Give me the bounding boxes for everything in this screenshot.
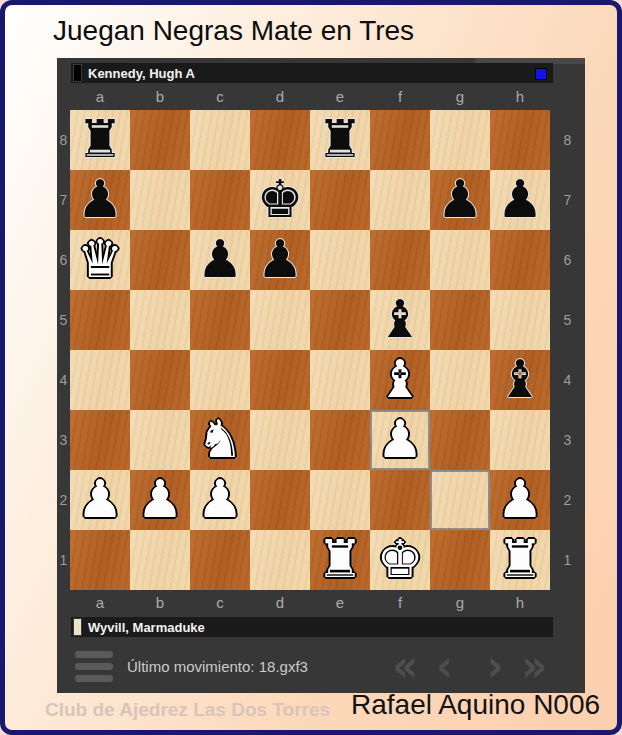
square-d1[interactable] xyxy=(250,530,310,590)
piece-black-bishop: ♝ xyxy=(370,290,430,350)
piece-black-pawn: ♟ xyxy=(430,170,490,230)
piece-black-pawn: ♟ xyxy=(490,170,550,230)
square-f1[interactable]: ♚ xyxy=(370,530,430,590)
coord-label: d xyxy=(250,592,310,614)
square-h5[interactable] xyxy=(490,290,550,350)
coord-label: b xyxy=(130,592,190,614)
square-b7[interactable] xyxy=(130,170,190,230)
square-g6[interactable] xyxy=(430,230,490,290)
square-c4[interactable] xyxy=(190,350,250,410)
menu-icon[interactable] xyxy=(75,651,113,682)
piece-white-pawn: ♟ xyxy=(70,470,130,530)
piece-white-pawn: ♟ xyxy=(130,470,190,530)
puzzle-title: Juegan Negras Mate en Tres xyxy=(53,15,414,47)
club-watermark: Club de Ajedrez Las Dos Torres xyxy=(45,699,330,721)
square-h6[interactable] xyxy=(490,230,550,290)
square-f5[interactable]: ♝ xyxy=(370,290,430,350)
square-g2[interactable] xyxy=(430,470,490,530)
coord-label: e xyxy=(310,592,370,614)
chess-panel: Kennedy, Hugh A abcdefgh 87654321 ♜♜♟♚♟♟… xyxy=(57,58,585,693)
square-d3[interactable] xyxy=(250,410,310,470)
square-e5[interactable] xyxy=(310,290,370,350)
coord-label: f xyxy=(370,86,430,108)
coord-label: c xyxy=(190,592,250,614)
coord-label: 6 xyxy=(57,230,70,290)
square-b6[interactable] xyxy=(130,230,190,290)
square-h4[interactable]: ♝ xyxy=(490,350,550,410)
piece-black-bishop: ♝ xyxy=(490,350,550,410)
square-g8[interactable] xyxy=(430,110,490,170)
square-e6[interactable] xyxy=(310,230,370,290)
coord-label: 6 xyxy=(550,230,585,290)
square-b4[interactable] xyxy=(130,350,190,410)
piece-black-pawn: ♟ xyxy=(250,230,310,290)
square-d8[interactable] xyxy=(250,110,310,170)
rank-labels-right: 87654321 xyxy=(550,110,585,590)
white-color-indicator xyxy=(73,618,82,636)
square-f3[interactable]: ♟ xyxy=(370,410,430,470)
square-b8[interactable] xyxy=(130,110,190,170)
square-a2[interactable]: ♟ xyxy=(70,470,130,530)
square-e2[interactable] xyxy=(310,470,370,530)
square-d7[interactable]: ♚ xyxy=(250,170,310,230)
square-e8[interactable]: ♜ xyxy=(310,110,370,170)
top-player-bar: Kennedy, Hugh A xyxy=(71,63,553,83)
piece-black-pawn: ♟ xyxy=(190,230,250,290)
coord-label: f xyxy=(370,592,430,614)
square-c6[interactable]: ♟ xyxy=(190,230,250,290)
square-e4[interactable] xyxy=(310,350,370,410)
square-g7[interactable]: ♟ xyxy=(430,170,490,230)
coord-label: 4 xyxy=(550,350,585,410)
next-move-button[interactable]: › xyxy=(487,644,503,688)
black-color-indicator xyxy=(73,64,82,82)
app-window: Juegan Negras Mate en Tres Kennedy, Hugh… xyxy=(0,0,622,735)
square-d2[interactable] xyxy=(250,470,310,530)
square-a3[interactable] xyxy=(70,410,130,470)
coord-label: c xyxy=(190,86,250,108)
square-f7[interactable] xyxy=(370,170,430,230)
coord-label: d xyxy=(250,86,310,108)
square-c3[interactable]: ♞ xyxy=(190,410,250,470)
square-d5[interactable] xyxy=(250,290,310,350)
last-move-button[interactable]: » xyxy=(521,644,547,688)
square-b5[interactable] xyxy=(130,290,190,350)
square-a7[interactable]: ♟ xyxy=(70,170,130,230)
square-h3[interactable] xyxy=(490,410,550,470)
square-c2[interactable]: ♟ xyxy=(190,470,250,530)
coord-label: h xyxy=(490,592,550,614)
square-e7[interactable] xyxy=(310,170,370,230)
piece-black-rook: ♜ xyxy=(70,110,130,170)
coord-label: 2 xyxy=(57,470,70,530)
coord-label: 8 xyxy=(57,110,70,170)
piece-white-king: ♚ xyxy=(370,530,430,590)
coord-label: a xyxy=(70,86,130,108)
coord-label: 7 xyxy=(57,170,70,230)
piece-white-queen: ♛ xyxy=(70,230,130,290)
square-h1[interactable]: ♜ xyxy=(490,530,550,590)
square-h8[interactable] xyxy=(490,110,550,170)
last-move-label: Último movimiento: 18.gxf3 xyxy=(127,658,308,675)
coord-label: a xyxy=(70,592,130,614)
top-player-name: Kennedy, Hugh A xyxy=(88,66,195,81)
square-b2[interactable]: ♟ xyxy=(130,470,190,530)
author-credit: Rafael Aquino N006 xyxy=(351,689,600,721)
square-h7[interactable]: ♟ xyxy=(490,170,550,230)
piece-black-king: ♚ xyxy=(250,170,310,230)
coord-label: b xyxy=(130,86,190,108)
bottom-player-bar: Wyvill, Marmaduke xyxy=(71,617,553,637)
piece-white-rook: ♜ xyxy=(490,530,550,590)
square-a8[interactable]: ♜ xyxy=(70,110,130,170)
square-e1[interactable]: ♜ xyxy=(310,530,370,590)
square-f6[interactable] xyxy=(370,230,430,290)
prev-move-button[interactable]: ‹ xyxy=(436,644,452,688)
square-g4[interactable] xyxy=(430,350,490,410)
coord-label: e xyxy=(310,86,370,108)
square-c5[interactable] xyxy=(190,290,250,350)
square-f2[interactable] xyxy=(370,470,430,530)
coord-label: 7 xyxy=(550,170,585,230)
coord-label: 5 xyxy=(550,290,585,350)
square-f4[interactable]: ♝ xyxy=(370,350,430,410)
square-f8[interactable] xyxy=(370,110,430,170)
piece-white-rook: ♜ xyxy=(310,530,370,590)
rank-labels-left: 87654321 xyxy=(57,110,70,590)
bottom-player-name: Wyvill, Marmaduke xyxy=(88,620,205,635)
coord-label: 8 xyxy=(550,110,585,170)
coord-label: 1 xyxy=(550,530,585,590)
piece-white-pawn: ♟ xyxy=(490,470,550,530)
square-d6[interactable]: ♟ xyxy=(250,230,310,290)
square-a1[interactable] xyxy=(70,530,130,590)
square-c8[interactable] xyxy=(190,110,250,170)
square-c1[interactable] xyxy=(190,530,250,590)
square-e3[interactable] xyxy=(310,410,370,470)
coord-label: 2 xyxy=(550,470,585,530)
piece-black-rook: ♜ xyxy=(310,110,370,170)
square-g1[interactable] xyxy=(430,530,490,590)
square-b3[interactable] xyxy=(130,410,190,470)
square-g3[interactable] xyxy=(430,410,490,470)
file-labels-bottom: abcdefgh xyxy=(70,592,550,614)
square-c7[interactable] xyxy=(190,170,250,230)
square-a6[interactable]: ♛ xyxy=(70,230,130,290)
piece-white-bishop: ♝ xyxy=(370,350,430,410)
coord-label: 3 xyxy=(57,410,70,470)
square-b1[interactable] xyxy=(130,530,190,590)
square-a5[interactable] xyxy=(70,290,130,350)
square-h2[interactable]: ♟ xyxy=(490,470,550,530)
coord-label: 5 xyxy=(57,290,70,350)
status-square-icon xyxy=(535,68,547,80)
move-controls: Último movimiento: 18.gxf3 « ‹ › » xyxy=(71,643,553,689)
coord-label: 1 xyxy=(57,530,70,590)
first-move-button[interactable]: « xyxy=(392,644,418,688)
coord-label: 3 xyxy=(550,410,585,470)
piece-white-pawn: ♟ xyxy=(190,470,250,530)
coord-label: 4 xyxy=(57,350,70,410)
piece-white-pawn: ♟ xyxy=(370,410,430,470)
piece-white-knight: ♞ xyxy=(190,410,250,470)
square-g5[interactable] xyxy=(430,290,490,350)
file-labels-top: abcdefgh xyxy=(70,86,550,108)
chess-board[interactable]: ♜♜♟♚♟♟♛♟♟♝♝♝♞♟♟♟♟♟♜♚♜ xyxy=(70,110,550,590)
piece-black-pawn: ♟ xyxy=(70,170,130,230)
coord-label: g xyxy=(430,86,490,108)
coord-label: h xyxy=(490,86,550,108)
coord-label: g xyxy=(430,592,490,614)
square-d4[interactable] xyxy=(250,350,310,410)
square-a4[interactable] xyxy=(70,350,130,410)
